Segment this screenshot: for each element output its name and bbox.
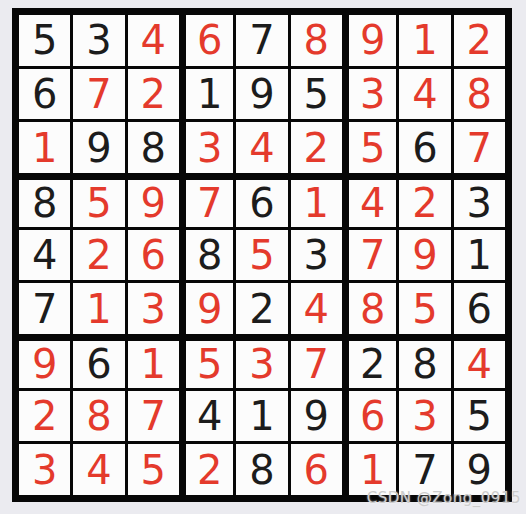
cell-r8c3[interactable]: 7 (128, 391, 179, 442)
cell-r9c1[interactable]: 3 (19, 444, 70, 495)
cell-r1c9[interactable]: 2 (454, 15, 505, 66)
cell-r4c9[interactable]: 3 (454, 176, 505, 227)
cell-r9c2[interactable]: 4 (73, 444, 124, 495)
cell-r4c7[interactable]: 4 (345, 176, 396, 227)
cell-r6c1[interactable]: 7 (19, 283, 70, 334)
cell-r8c8[interactable]: 3 (399, 391, 450, 442)
cell-r8c9[interactable]: 5 (454, 391, 505, 442)
cell-r9c9[interactable]: 9 (454, 444, 505, 495)
cell-r6c8[interactable]: 5 (399, 283, 450, 334)
cell-r5c1[interactable]: 4 (19, 230, 70, 281)
cell-r1c2[interactable]: 3 (73, 15, 124, 66)
cell-r5c7[interactable]: 7 (345, 230, 396, 281)
cell-r2c3[interactable]: 2 (128, 69, 179, 120)
cell-r3c4[interactable]: 3 (182, 122, 233, 173)
cell-r2c1[interactable]: 6 (19, 69, 70, 120)
cell-r1c3[interactable]: 4 (128, 15, 179, 66)
cell-r1c8[interactable]: 1 (399, 15, 450, 66)
sudoku-board: 5346789126721953481983425678597614234268… (12, 8, 512, 502)
cell-r5c2[interactable]: 2 (73, 230, 124, 281)
cell-r9c3[interactable]: 5 (128, 444, 179, 495)
cell-r3c7[interactable]: 5 (345, 122, 396, 173)
cell-r3c1[interactable]: 1 (19, 122, 70, 173)
cell-r7c4[interactable]: 5 (182, 337, 233, 388)
cell-r6c3[interactable]: 3 (128, 283, 179, 334)
cell-r7c5[interactable]: 3 (236, 337, 287, 388)
cell-r9c8[interactable]: 7 (399, 444, 450, 495)
cell-r7c8[interactable]: 8 (399, 337, 450, 388)
cell-r7c7[interactable]: 2 (345, 337, 396, 388)
cell-r2c9[interactable]: 8 (454, 69, 505, 120)
cell-r2c2[interactable]: 7 (73, 69, 124, 120)
cell-r9c5[interactable]: 8 (236, 444, 287, 495)
cell-r5c8[interactable]: 9 (399, 230, 450, 281)
sudoku-page: 5346789126721953481983425678597614234268… (0, 0, 526, 514)
cell-r1c5[interactable]: 7 (236, 15, 287, 66)
cell-r6c7[interactable]: 8 (345, 283, 396, 334)
cell-r6c9[interactable]: 6 (454, 283, 505, 334)
cell-r4c8[interactable]: 2 (399, 176, 450, 227)
cell-r6c5[interactable]: 2 (236, 283, 287, 334)
cell-r1c4[interactable]: 6 (182, 15, 233, 66)
cell-r6c4[interactable]: 9 (182, 283, 233, 334)
cell-r9c7[interactable]: 1 (345, 444, 396, 495)
cell-r2c6[interactable]: 5 (291, 69, 342, 120)
cell-r4c4[interactable]: 7 (182, 176, 233, 227)
cell-r1c7[interactable]: 9 (345, 15, 396, 66)
cell-r5c5[interactable]: 5 (236, 230, 287, 281)
cell-r2c5[interactable]: 9 (236, 69, 287, 120)
cell-r3c8[interactable]: 6 (399, 122, 450, 173)
cell-r2c4[interactable]: 1 (182, 69, 233, 120)
cell-r8c5[interactable]: 1 (236, 391, 287, 442)
cell-r4c1[interactable]: 8 (19, 176, 70, 227)
cell-r1c1[interactable]: 5 (19, 15, 70, 66)
cell-r8c7[interactable]: 6 (345, 391, 396, 442)
cell-r3c3[interactable]: 8 (128, 122, 179, 173)
cell-r4c3[interactable]: 9 (128, 176, 179, 227)
cell-r5c3[interactable]: 6 (128, 230, 179, 281)
cell-r8c4[interactable]: 4 (182, 391, 233, 442)
cell-r9c6[interactable]: 6 (291, 444, 342, 495)
cell-r5c9[interactable]: 1 (454, 230, 505, 281)
cell-r1c6[interactable]: 8 (291, 15, 342, 66)
cell-r4c5[interactable]: 6 (236, 176, 287, 227)
cell-r6c2[interactable]: 1 (73, 283, 124, 334)
cell-r3c2[interactable]: 9 (73, 122, 124, 173)
cell-r5c6[interactable]: 3 (291, 230, 342, 281)
cell-r3c9[interactable]: 7 (454, 122, 505, 173)
cell-r7c6[interactable]: 7 (291, 337, 342, 388)
cell-r7c1[interactable]: 9 (19, 337, 70, 388)
cell-r8c6[interactable]: 9 (291, 391, 342, 442)
cell-r7c3[interactable]: 1 (128, 337, 179, 388)
cell-r8c2[interactable]: 8 (73, 391, 124, 442)
cell-r7c9[interactable]: 4 (454, 337, 505, 388)
cell-r4c6[interactable]: 1 (291, 176, 342, 227)
cell-r9c4[interactable]: 2 (182, 444, 233, 495)
cell-r2c7[interactable]: 3 (345, 69, 396, 120)
cell-r3c5[interactable]: 4 (236, 122, 287, 173)
cell-r6c6[interactable]: 4 (291, 283, 342, 334)
cell-r7c2[interactable]: 6 (73, 337, 124, 388)
cell-r3c6[interactable]: 2 (291, 122, 342, 173)
cell-r5c4[interactable]: 8 (182, 230, 233, 281)
cell-r8c1[interactable]: 2 (19, 391, 70, 442)
cell-r4c2[interactable]: 5 (73, 176, 124, 227)
cell-r2c8[interactable]: 4 (399, 69, 450, 120)
